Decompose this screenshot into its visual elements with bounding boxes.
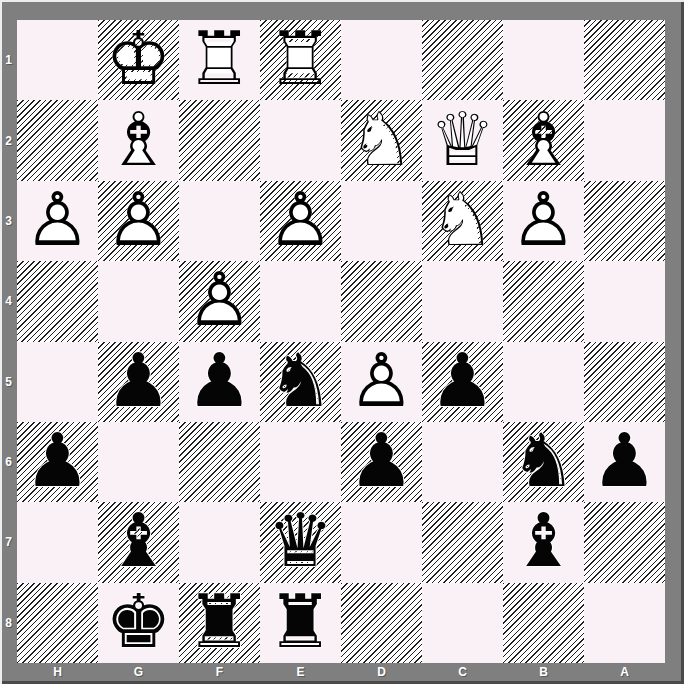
square-b2[interactable]: ♝♗ (503, 100, 584, 180)
piece-outline-layer: ♙ (260, 181, 341, 261)
piece-outline-layer: ♝ (98, 502, 179, 582)
square-f7[interactable] (179, 502, 260, 582)
square-a3[interactable] (584, 181, 665, 261)
piece-outline-layer: ♟ (17, 422, 98, 502)
square-e5[interactable]: ♞ (260, 342, 341, 422)
square-a8[interactable] (584, 583, 665, 663)
square-b4[interactable] (503, 261, 584, 341)
piece-outline-layer: ♙ (341, 342, 422, 422)
piece-black-king-g8[interactable]: ♚ (98, 583, 179, 663)
rank-label-1: 1 (0, 20, 17, 100)
rank-label-7: 7 (0, 502, 17, 582)
piece-black-rook-f8[interactable]: ♜ (179, 583, 260, 663)
square-g1[interactable]: ♚♔ (98, 20, 179, 100)
piece-outline-layer: ♙ (179, 261, 260, 341)
square-d4[interactable] (341, 261, 422, 341)
square-a4[interactable] (584, 261, 665, 341)
piece-white-king-g1[interactable]: ♚♔ (98, 20, 179, 100)
piece-white-rook-e1[interactable]: ♜♖ (260, 20, 341, 100)
square-e6[interactable] (260, 422, 341, 502)
square-d6[interactable]: ♟ (341, 422, 422, 502)
file-labels: HGFEDCBA (17, 663, 665, 681)
square-c4[interactable] (422, 261, 503, 341)
file-label-a: A (584, 663, 665, 681)
file-label-h: H (17, 663, 98, 681)
square-f2[interactable] (179, 100, 260, 180)
square-h7[interactable] (17, 502, 98, 582)
square-h4[interactable] (17, 261, 98, 341)
piece-white-pawn-h3[interactable]: ♟♙ (17, 181, 98, 261)
rank-label-4: 4 (0, 261, 17, 341)
piece-outline-layer: ♖ (260, 20, 341, 100)
piece-outline-layer: ♗ (98, 100, 179, 180)
square-b1[interactable] (503, 20, 584, 100)
piece-black-queen-e7[interactable]: ♛ (260, 502, 341, 582)
piece-black-pawn-c5[interactable]: ♟ (422, 342, 503, 422)
piece-white-knight-d2[interactable]: ♞♘ (341, 100, 422, 180)
piece-white-pawn-f4[interactable]: ♟♙ (179, 261, 260, 341)
piece-outline-layer: ♕ (422, 100, 503, 180)
piece-black-pawn-f5[interactable]: ♟ (179, 342, 260, 422)
square-g7[interactable]: ♝ (98, 502, 179, 582)
square-d3[interactable] (341, 181, 422, 261)
piece-outline-layer: ♟ (422, 342, 503, 422)
square-e4[interactable] (260, 261, 341, 341)
piece-outline-layer: ♟ (179, 342, 260, 422)
square-f6[interactable] (179, 422, 260, 502)
piece-black-knight-b6[interactable]: ♞ (503, 422, 584, 502)
square-d7[interactable] (341, 502, 422, 582)
square-h1[interactable] (17, 20, 98, 100)
square-c5[interactable]: ♟ (422, 342, 503, 422)
piece-outline-layer: ♙ (98, 181, 179, 261)
square-g2[interactable]: ♝♗ (98, 100, 179, 180)
piece-white-bishop-b2[interactable]: ♝♗ (503, 100, 584, 180)
square-g8[interactable]: ♚ (98, 583, 179, 663)
piece-white-pawn-e3[interactable]: ♟♙ (260, 181, 341, 261)
square-a7[interactable] (584, 502, 665, 582)
square-e2[interactable] (260, 100, 341, 180)
square-d8[interactable] (341, 583, 422, 663)
square-e1[interactable]: ♜♖ (260, 20, 341, 100)
piece-white-bishop-g2[interactable]: ♝♗ (98, 100, 179, 180)
square-g5[interactable]: ♟ (98, 342, 179, 422)
piece-white-pawn-g3[interactable]: ♟♙ (98, 181, 179, 261)
piece-outline-layer: ♘ (422, 181, 503, 261)
square-c6[interactable] (422, 422, 503, 502)
square-c2[interactable]: ♛♕ (422, 100, 503, 180)
file-label-c: C (422, 663, 503, 681)
rank-labels: 12345678 (0, 20, 17, 663)
piece-white-pawn-b3[interactable]: ♟♙ (503, 181, 584, 261)
rank-label-2: 2 (0, 100, 17, 180)
square-a2[interactable] (584, 100, 665, 180)
piece-outline-layer: ♗ (503, 100, 584, 180)
file-label-b: B (503, 663, 584, 681)
square-f8[interactable]: ♜ (179, 583, 260, 663)
square-h3[interactable]: ♟♙ (17, 181, 98, 261)
piece-white-knight-c3[interactable]: ♞♘ (422, 181, 503, 261)
piece-outline-layer: ♙ (503, 181, 584, 261)
square-e7[interactable]: ♛ (260, 502, 341, 582)
square-e8[interactable]: ♜ (260, 583, 341, 663)
square-d2[interactable]: ♞♘ (341, 100, 422, 180)
piece-outline-layer: ♞ (503, 422, 584, 502)
square-c8[interactable] (422, 583, 503, 663)
piece-outline-layer: ♛ (260, 502, 341, 582)
piece-outline-layer: ♚ (98, 583, 179, 663)
square-g3[interactable]: ♟♙ (98, 181, 179, 261)
file-label-e: E (260, 663, 341, 681)
square-b6[interactable]: ♞ (503, 422, 584, 502)
piece-black-bishop-b7[interactable]: ♝ (503, 502, 584, 582)
square-a1[interactable] (584, 20, 665, 100)
rank-label-3: 3 (0, 181, 17, 261)
piece-outline-layer: ♞ (260, 342, 341, 422)
piece-outline-layer: ♟ (341, 422, 422, 502)
piece-outline-layer: ♖ (179, 20, 260, 100)
square-e3[interactable]: ♟♙ (260, 181, 341, 261)
square-g6[interactable] (98, 422, 179, 502)
piece-outline-layer: ♝ (503, 502, 584, 582)
rank-label-6: 6 (0, 422, 17, 502)
piece-white-queen-c2[interactable]: ♛♕ (422, 100, 503, 180)
rank-label-8: 8 (0, 583, 17, 663)
square-c3[interactable]: ♞♘ (422, 181, 503, 261)
file-label-d: D (341, 663, 422, 681)
piece-outline-layer: ♜ (179, 583, 260, 663)
piece-black-pawn-a6[interactable]: ♟ (584, 422, 665, 502)
square-h8[interactable] (17, 583, 98, 663)
square-f4[interactable]: ♟♙ (179, 261, 260, 341)
piece-black-knight-e5[interactable]: ♞ (260, 342, 341, 422)
piece-black-pawn-h6[interactable]: ♟ (17, 422, 98, 502)
piece-outline-layer: ♟ (98, 342, 179, 422)
square-b7[interactable]: ♝ (503, 502, 584, 582)
square-b8[interactable] (503, 583, 584, 663)
file-label-g: G (98, 663, 179, 681)
square-c1[interactable] (422, 20, 503, 100)
square-a6[interactable]: ♟ (584, 422, 665, 502)
piece-outline-layer: ♘ (341, 100, 422, 180)
square-f3[interactable] (179, 181, 260, 261)
piece-outline-layer: ♜ (260, 583, 341, 663)
square-d1[interactable] (341, 20, 422, 100)
rank-label-5: 5 (0, 342, 17, 422)
piece-white-rook-f1[interactable]: ♜♖ (179, 20, 260, 100)
chess-board: ♚♔♜♖♜♖♝♗♞♘♛♕♝♗♟♙♟♙♟♙♞♘♟♙♟♙♟♟♞♟♙♟♟♟♞♟♝♛♝♚… (17, 20, 665, 663)
piece-white-pawn-d5[interactable]: ♟♙ (341, 342, 422, 422)
square-c7[interactable] (422, 502, 503, 582)
piece-black-pawn-d6[interactable]: ♟ (341, 422, 422, 502)
chess-board-frame: 12345678 HGFEDCBA ♚♔♜♖♜♖♝♗♞♘♛♕♝♗♟♙♟♙♟♙♞♘… (0, 0, 684, 684)
square-h6[interactable]: ♟ (17, 422, 98, 502)
square-h5[interactable] (17, 342, 98, 422)
piece-outline-layer: ♟ (584, 422, 665, 502)
piece-black-bishop-g7[interactable]: ♝ (98, 502, 179, 582)
square-b3[interactable]: ♟♙ (503, 181, 584, 261)
square-h2[interactable] (17, 100, 98, 180)
square-f1[interactable]: ♜♖ (179, 20, 260, 100)
piece-black-rook-e8[interactable]: ♜ (260, 583, 341, 663)
piece-black-pawn-g5[interactable]: ♟ (98, 342, 179, 422)
square-f5[interactable]: ♟ (179, 342, 260, 422)
square-d5[interactable]: ♟♙ (341, 342, 422, 422)
piece-outline-layer: ♔ (98, 20, 179, 100)
piece-outline-layer: ♙ (17, 181, 98, 261)
square-g4[interactable] (98, 261, 179, 341)
square-b5[interactable] (503, 342, 584, 422)
square-a5[interactable] (584, 342, 665, 422)
file-label-f: F (179, 663, 260, 681)
